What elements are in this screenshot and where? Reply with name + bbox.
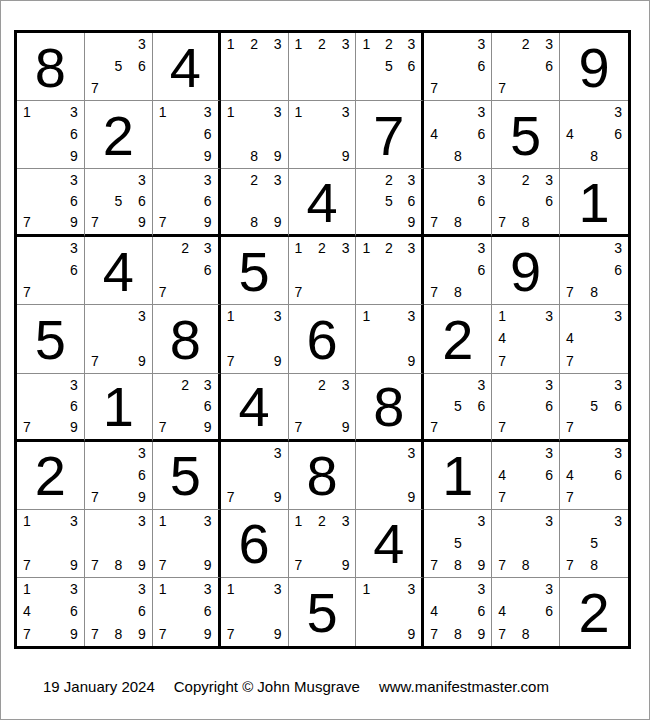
cell-r4c1[interactable]: 367 bbox=[17, 237, 85, 305]
candidate-digit: 3 bbox=[477, 173, 485, 187]
pencil-marks: 378 bbox=[492, 510, 559, 577]
candidate-digit: 9 bbox=[274, 215, 282, 229]
candidate-digit: 3 bbox=[408, 309, 416, 323]
pencil-marks: 1379 bbox=[153, 510, 218, 577]
cell-r7c2[interactable]: 3679 bbox=[85, 442, 153, 510]
given-digit: 5 bbox=[510, 108, 541, 164]
candidate-digit: 9 bbox=[138, 490, 146, 504]
cell-r9c6[interactable]: 139 bbox=[356, 578, 424, 646]
candidate-digit: 9 bbox=[138, 354, 146, 368]
candidate-digit: 9 bbox=[274, 627, 282, 641]
candidate-digit: 3 bbox=[274, 309, 282, 323]
cell-r8c6[interactable]: 4 bbox=[356, 510, 424, 578]
candidate-digit: 3 bbox=[408, 446, 416, 460]
pencil-marks: 123 bbox=[289, 33, 356, 100]
cell-r2c2[interactable]: 2 bbox=[85, 101, 153, 169]
footer-copyright: Copyright © John Musgrave bbox=[174, 678, 360, 695]
candidate-digit: 6 bbox=[204, 399, 212, 413]
candidate-digit: 9 bbox=[342, 420, 350, 434]
cell-r6c8[interactable]: 367 bbox=[492, 374, 560, 442]
given-digit: 2 bbox=[442, 312, 473, 368]
cell-r6c6[interactable]: 8 bbox=[356, 374, 424, 442]
cell-r5c6[interactable]: 139 bbox=[356, 305, 424, 373]
footer: 19 January 2024 Copyright © John Musgrav… bbox=[43, 678, 549, 695]
given-digit: 6 bbox=[306, 312, 337, 368]
pencil-marks: 3679 bbox=[153, 169, 218, 234]
candidate-digit: 6 bbox=[70, 604, 78, 618]
candidate-digit: 5 bbox=[454, 399, 462, 413]
cell-r2c5[interactable]: 139 bbox=[289, 101, 357, 169]
cell-r3c4[interactable]: 2389 bbox=[221, 169, 289, 237]
cell-r9c3[interactable]: 13679 bbox=[153, 578, 221, 646]
given-digit: 2 bbox=[578, 585, 609, 641]
cell-r9c4[interactable]: 1379 bbox=[221, 578, 289, 646]
candidate-digit: 2 bbox=[318, 241, 326, 255]
candidate-digit: 6 bbox=[204, 127, 212, 141]
candidate-digit: 3 bbox=[204, 582, 212, 596]
pencil-marks: 367 bbox=[492, 374, 559, 439]
candidate-digit: 6 bbox=[477, 604, 485, 618]
pencil-marks: 3467 bbox=[492, 442, 559, 509]
cell-r3c2[interactable]: 35679 bbox=[85, 169, 153, 237]
candidate-digit: 9 bbox=[70, 627, 78, 641]
candidate-digit: 1 bbox=[295, 514, 303, 528]
cell-r4c7[interactable]: 3678 bbox=[424, 237, 492, 305]
candidate-digit: 3 bbox=[204, 173, 212, 187]
candidate-digit: 9 bbox=[138, 627, 146, 641]
candidate-digit: 3 bbox=[70, 514, 78, 528]
candidate-digit: 5 bbox=[385, 59, 393, 73]
cell-r1c2[interactable]: 3567 bbox=[85, 33, 153, 101]
candidate-digit: 6 bbox=[138, 604, 146, 618]
cell-r5c4[interactable]: 1379 bbox=[221, 305, 289, 373]
pencil-marks: 346789 bbox=[424, 578, 491, 646]
cell-r8c2[interactable]: 3789 bbox=[85, 510, 153, 578]
cell-r5c7[interactable]: 2 bbox=[424, 305, 492, 373]
candidate-digit: 1 bbox=[295, 105, 303, 119]
pencil-marks: 2367 bbox=[153, 237, 218, 304]
candidate-digit: 7 bbox=[566, 354, 574, 368]
pencil-marks: 35679 bbox=[85, 169, 152, 234]
pencil-marks: 139 bbox=[356, 305, 421, 372]
candidate-digit: 9 bbox=[477, 627, 485, 641]
given-digit: 6 bbox=[239, 516, 270, 572]
candidate-digit: 6 bbox=[545, 59, 553, 73]
candidate-digit: 7 bbox=[91, 627, 99, 641]
cell-r6c2[interactable]: 1 bbox=[85, 374, 153, 442]
pencil-marks: 1379 bbox=[221, 578, 288, 646]
footer-website: www.manifestmaster.com bbox=[379, 678, 549, 695]
candidate-digit: 7 bbox=[430, 81, 438, 95]
pencil-marks: 3468 bbox=[560, 101, 628, 168]
pencil-marks: 3678 bbox=[424, 237, 491, 304]
candidate-digit: 3 bbox=[477, 105, 485, 119]
candidate-digit: 7 bbox=[430, 627, 438, 641]
cell-r5c3[interactable]: 8 bbox=[153, 305, 221, 373]
cell-r7c3[interactable]: 5 bbox=[153, 442, 221, 510]
cell-r3c3[interactable]: 3679 bbox=[153, 169, 221, 237]
candidate-digit: 7 bbox=[91, 558, 99, 572]
cell-r3c8[interactable]: 23678 bbox=[492, 169, 560, 237]
given-digit: 4 bbox=[306, 175, 337, 231]
candidate-digit: 6 bbox=[204, 604, 212, 618]
pencil-marks: 3679 bbox=[85, 442, 152, 509]
given-digit: 1 bbox=[578, 175, 609, 231]
cell-r3c7[interactable]: 3678 bbox=[424, 169, 492, 237]
candidate-digit: 7 bbox=[430, 420, 438, 434]
given-digit: 5 bbox=[306, 585, 337, 641]
candidate-digit: 9 bbox=[274, 149, 282, 163]
candidate-digit: 7 bbox=[498, 81, 506, 95]
cell-r6c4[interactable]: 4 bbox=[221, 374, 289, 442]
given-digit: 8 bbox=[170, 312, 201, 368]
candidate-digit: 3 bbox=[138, 582, 146, 596]
pencil-marks: 1389 bbox=[221, 101, 288, 168]
cell-r9c8[interactable]: 34678 bbox=[492, 578, 560, 646]
candidate-digit: 4 bbox=[566, 468, 574, 482]
candidate-digit: 3 bbox=[614, 309, 622, 323]
candidate-digit: 3 bbox=[274, 582, 282, 596]
pencil-marks: 23569 bbox=[356, 169, 421, 234]
candidate-digit: 6 bbox=[614, 263, 622, 277]
pencil-marks: 3789 bbox=[85, 510, 152, 577]
pencil-marks: 39 bbox=[356, 442, 421, 509]
pencil-marks: 123 bbox=[356, 237, 421, 304]
candidate-digit: 1 bbox=[362, 241, 370, 255]
cell-r1c8[interactable]: 2367 bbox=[492, 33, 560, 101]
candidate-digit: 3 bbox=[70, 378, 78, 392]
candidate-digit: 4 bbox=[430, 127, 438, 141]
candidate-digit: 7 bbox=[23, 420, 31, 434]
given-digit: 9 bbox=[578, 40, 609, 96]
candidate-digit: 6 bbox=[545, 604, 553, 618]
candidate-digit: 9 bbox=[204, 215, 212, 229]
given-digit: 2 bbox=[35, 448, 66, 504]
candidate-digit: 3 bbox=[342, 514, 350, 528]
candidate-digit: 3 bbox=[274, 446, 282, 460]
candidate-digit: 1 bbox=[295, 241, 303, 255]
candidate-digit: 7 bbox=[498, 627, 506, 641]
candidate-digit: 8 bbox=[590, 558, 598, 572]
candidate-digit: 7 bbox=[227, 627, 235, 641]
candidate-digit: 8 bbox=[454, 285, 462, 299]
candidate-digit: 4 bbox=[566, 331, 574, 345]
cell-r4c3[interactable]: 2367 bbox=[153, 237, 221, 305]
candidate-digit: 9 bbox=[138, 558, 146, 572]
given-digit: 5 bbox=[170, 448, 201, 504]
cell-r7c9[interactable]: 3467 bbox=[560, 442, 628, 510]
cell-r9c1[interactable]: 134679 bbox=[17, 578, 85, 646]
cell-r6c5[interactable]: 2379 bbox=[289, 374, 357, 442]
cell-r5c9[interactable]: 347 bbox=[560, 305, 628, 373]
cell-r7c1[interactable]: 2 bbox=[17, 442, 85, 510]
candidate-digit: 4 bbox=[23, 604, 31, 618]
cell-r1c6[interactable]: 12356 bbox=[356, 33, 424, 101]
candidate-digit: 6 bbox=[477, 127, 485, 141]
candidate-digit: 8 bbox=[590, 149, 598, 163]
cell-r2c3[interactable]: 1369 bbox=[153, 101, 221, 169]
pencil-marks: 3567 bbox=[424, 374, 491, 439]
candidate-digit: 6 bbox=[70, 263, 78, 277]
candidate-digit: 2 bbox=[318, 378, 326, 392]
cell-r1c9[interactable]: 9 bbox=[560, 33, 628, 101]
pencil-marks: 379 bbox=[85, 305, 152, 372]
pencil-marks: 123 bbox=[221, 33, 288, 100]
candidate-digit: 5 bbox=[385, 194, 393, 208]
pencil-marks: 139 bbox=[289, 101, 356, 168]
candidate-digit: 6 bbox=[477, 399, 485, 413]
candidate-digit: 9 bbox=[408, 354, 416, 368]
cell-r3c9[interactable]: 1 bbox=[560, 169, 628, 237]
candidate-digit: 5 bbox=[590, 399, 598, 413]
cell-r6c9[interactable]: 3567 bbox=[560, 374, 628, 442]
candidate-digit: 1 bbox=[23, 105, 31, 119]
candidate-digit: 8 bbox=[454, 558, 462, 572]
cell-r2c6[interactable]: 7 bbox=[356, 101, 424, 169]
pencil-marks: 1347 bbox=[492, 305, 559, 372]
cell-r5c2[interactable]: 379 bbox=[85, 305, 153, 373]
cell-r9c2[interactable]: 36789 bbox=[85, 578, 153, 646]
candidate-digit: 7 bbox=[295, 558, 303, 572]
candidate-digit: 9 bbox=[342, 558, 350, 572]
candidate-digit: 5 bbox=[114, 59, 122, 73]
candidate-digit: 7 bbox=[91, 354, 99, 368]
candidate-digit: 3 bbox=[342, 105, 350, 119]
candidate-digit: 8 bbox=[250, 149, 258, 163]
candidate-digit: 1 bbox=[227, 582, 235, 596]
cell-r4c8[interactable]: 9 bbox=[492, 237, 560, 305]
candidate-digit: 6 bbox=[477, 194, 485, 208]
pencil-marks: 3578 bbox=[560, 510, 628, 577]
given-digit: 4 bbox=[103, 244, 134, 300]
given-digit: 1 bbox=[442, 448, 473, 504]
cell-r6c7[interactable]: 3567 bbox=[424, 374, 492, 442]
cell-r7c4[interactable]: 379 bbox=[221, 442, 289, 510]
candidate-digit: 7 bbox=[159, 285, 167, 299]
cell-r8c8[interactable]: 378 bbox=[492, 510, 560, 578]
candidate-digit: 9 bbox=[138, 215, 146, 229]
cell-r7c7[interactable]: 1 bbox=[424, 442, 492, 510]
candidate-digit: 9 bbox=[204, 149, 212, 163]
pencil-marks: 13679 bbox=[153, 578, 218, 646]
candidate-digit: 5 bbox=[454, 536, 462, 550]
candidate-digit: 2 bbox=[181, 378, 189, 392]
cell-r8c3[interactable]: 1379 bbox=[153, 510, 221, 578]
pencil-marks: 3468 bbox=[424, 101, 491, 168]
given-digit: 1 bbox=[103, 379, 134, 435]
pencil-marks: 1369 bbox=[17, 101, 84, 168]
candidate-digit: 6 bbox=[408, 194, 416, 208]
candidate-digit: 3 bbox=[614, 105, 622, 119]
candidate-digit: 1 bbox=[227, 105, 235, 119]
candidate-digit: 7 bbox=[498, 215, 506, 229]
candidate-digit: 1 bbox=[498, 309, 506, 323]
candidate-digit: 9 bbox=[204, 420, 212, 434]
candidate-digit: 7 bbox=[566, 285, 574, 299]
pencil-marks: 35789 bbox=[424, 510, 491, 577]
cell-r9c7[interactable]: 346789 bbox=[424, 578, 492, 646]
candidate-digit: 7 bbox=[498, 490, 506, 504]
cell-r2c7[interactable]: 3468 bbox=[424, 101, 492, 169]
cell-r4c9[interactable]: 3678 bbox=[560, 237, 628, 305]
cell-r6c1[interactable]: 3679 bbox=[17, 374, 85, 442]
cell-r1c7[interactable]: 367 bbox=[424, 33, 492, 101]
cell-r4c2[interactable]: 4 bbox=[85, 237, 153, 305]
given-digit: 8 bbox=[306, 448, 337, 504]
cell-r8c5[interactable]: 12379 bbox=[289, 510, 357, 578]
candidate-digit: 3 bbox=[408, 582, 416, 596]
candidate-digit: 7 bbox=[159, 627, 167, 641]
cell-r8c1[interactable]: 1379 bbox=[17, 510, 85, 578]
candidate-digit: 2 bbox=[522, 173, 530, 187]
cell-r1c5[interactable]: 123 bbox=[289, 33, 357, 101]
candidate-digit: 9 bbox=[204, 558, 212, 572]
given-digit: 9 bbox=[510, 244, 541, 300]
candidate-digit: 3 bbox=[138, 37, 146, 51]
page: 8356741231231235636723679136921369138913… bbox=[0, 0, 650, 720]
cell-r8c7[interactable]: 35789 bbox=[424, 510, 492, 578]
candidate-digit: 2 bbox=[385, 37, 393, 51]
candidate-digit: 1 bbox=[23, 582, 31, 596]
given-digit: 4 bbox=[239, 379, 270, 435]
candidate-digit: 6 bbox=[477, 59, 485, 73]
candidate-digit: 3 bbox=[545, 173, 553, 187]
candidate-digit: 9 bbox=[70, 149, 78, 163]
cell-r5c5[interactable]: 6 bbox=[289, 305, 357, 373]
pencil-marks: 3467 bbox=[560, 442, 628, 509]
candidate-digit: 8 bbox=[454, 215, 462, 229]
cell-r2c1[interactable]: 1369 bbox=[17, 101, 85, 169]
candidate-digit: 6 bbox=[545, 468, 553, 482]
cell-r1c1[interactable]: 8 bbox=[17, 33, 85, 101]
candidate-digit: 3 bbox=[70, 582, 78, 596]
cell-r5c1[interactable]: 5 bbox=[17, 305, 85, 373]
candidate-digit: 8 bbox=[522, 215, 530, 229]
given-digit: 5 bbox=[35, 312, 66, 368]
candidate-digit: 3 bbox=[342, 241, 350, 255]
candidate-digit: 1 bbox=[159, 514, 167, 528]
candidate-digit: 3 bbox=[545, 37, 553, 51]
candidate-digit: 4 bbox=[566, 127, 574, 141]
candidate-digit: 9 bbox=[342, 149, 350, 163]
cell-r6c3[interactable]: 23679 bbox=[153, 374, 221, 442]
candidate-digit: 1 bbox=[362, 309, 370, 323]
cell-r8c4[interactable]: 6 bbox=[221, 510, 289, 578]
candidate-digit: 8 bbox=[250, 215, 258, 229]
candidate-digit: 3 bbox=[545, 446, 553, 460]
candidate-digit: 7 bbox=[91, 490, 99, 504]
cell-r2c8[interactable]: 5 bbox=[492, 101, 560, 169]
pencil-marks: 139 bbox=[356, 578, 421, 646]
cell-r4c5[interactable]: 1237 bbox=[289, 237, 357, 305]
candidate-digit: 1 bbox=[362, 582, 370, 596]
cell-r4c4[interactable]: 5 bbox=[221, 237, 289, 305]
candidate-digit: 3 bbox=[614, 378, 622, 392]
cell-r9c9[interactable]: 2 bbox=[560, 578, 628, 646]
candidate-digit: 2 bbox=[250, 173, 258, 187]
candidate-digit: 8 bbox=[522, 558, 530, 572]
cell-r7c8[interactable]: 3467 bbox=[492, 442, 560, 510]
candidate-digit: 2 bbox=[318, 514, 326, 528]
pencil-marks: 1379 bbox=[17, 510, 84, 577]
cell-r2c9[interactable]: 3468 bbox=[560, 101, 628, 169]
cell-r5c8[interactable]: 1347 bbox=[492, 305, 560, 373]
candidate-digit: 3 bbox=[477, 37, 485, 51]
candidate-digit: 3 bbox=[477, 241, 485, 255]
candidate-digit: 8 bbox=[114, 627, 122, 641]
cell-r3c6[interactable]: 23569 bbox=[356, 169, 424, 237]
candidate-digit: 3 bbox=[545, 582, 553, 596]
candidate-digit: 9 bbox=[408, 215, 416, 229]
candidate-digit: 1 bbox=[159, 582, 167, 596]
candidate-digit: 2 bbox=[181, 241, 189, 255]
candidate-digit: 1 bbox=[159, 105, 167, 119]
given-digit: 5 bbox=[239, 244, 270, 300]
cell-r9c5[interactable]: 5 bbox=[289, 578, 357, 646]
cell-r1c3[interactable]: 4 bbox=[153, 33, 221, 101]
pencil-marks: 36789 bbox=[85, 578, 152, 646]
cell-r7c5[interactable]: 8 bbox=[289, 442, 357, 510]
cell-r8c9[interactable]: 3578 bbox=[560, 510, 628, 578]
candidate-digit: 7 bbox=[566, 490, 574, 504]
candidate-digit: 3 bbox=[342, 37, 350, 51]
pencil-marks: 367 bbox=[424, 33, 491, 100]
pencil-marks: 1369 bbox=[153, 101, 218, 168]
candidate-digit: 3 bbox=[70, 173, 78, 187]
candidate-digit: 6 bbox=[138, 59, 146, 73]
candidate-digit: 8 bbox=[590, 285, 598, 299]
candidate-digit: 1 bbox=[23, 514, 31, 528]
candidate-digit: 5 bbox=[590, 536, 598, 550]
candidate-digit: 3 bbox=[545, 309, 553, 323]
candidate-digit: 9 bbox=[477, 558, 485, 572]
given-digit: 4 bbox=[170, 40, 201, 96]
candidate-digit: 3 bbox=[408, 241, 416, 255]
candidate-digit: 9 bbox=[204, 627, 212, 641]
candidate-digit: 1 bbox=[362, 37, 370, 51]
pencil-marks: 2389 bbox=[221, 169, 288, 234]
cell-r2c4[interactable]: 1389 bbox=[221, 101, 289, 169]
candidate-digit: 7 bbox=[498, 420, 506, 434]
candidate-digit: 9 bbox=[274, 490, 282, 504]
candidate-digit: 7 bbox=[227, 354, 235, 368]
candidate-digit: 9 bbox=[408, 490, 416, 504]
cell-r7c6[interactable]: 39 bbox=[356, 442, 424, 510]
candidate-digit: 6 bbox=[138, 468, 146, 482]
pencil-marks: 23678 bbox=[492, 169, 559, 234]
cell-r4c6[interactable]: 123 bbox=[356, 237, 424, 305]
candidate-digit: 6 bbox=[614, 127, 622, 141]
cell-r3c5[interactable]: 4 bbox=[289, 169, 357, 237]
candidate-digit: 8 bbox=[454, 627, 462, 641]
candidate-digit: 7 bbox=[430, 215, 438, 229]
cell-r1c4[interactable]: 123 bbox=[221, 33, 289, 101]
candidate-digit: 7 bbox=[498, 558, 506, 572]
candidate-digit: 3 bbox=[614, 446, 622, 460]
candidate-digit: 3 bbox=[477, 514, 485, 528]
pencil-marks: 34678 bbox=[492, 578, 559, 646]
given-digit: 7 bbox=[373, 108, 404, 164]
pencil-marks: 347 bbox=[560, 305, 628, 372]
cell-r3c1[interactable]: 3679 bbox=[17, 169, 85, 237]
sudoku-board: 8356741231231235636723679136921369138913… bbox=[14, 30, 631, 649]
pencil-marks: 3678 bbox=[424, 169, 491, 234]
candidate-digit: 8 bbox=[454, 149, 462, 163]
candidate-digit: 3 bbox=[614, 241, 622, 255]
candidate-digit: 7 bbox=[23, 215, 31, 229]
candidate-digit: 9 bbox=[274, 354, 282, 368]
candidate-digit: 7 bbox=[227, 490, 235, 504]
